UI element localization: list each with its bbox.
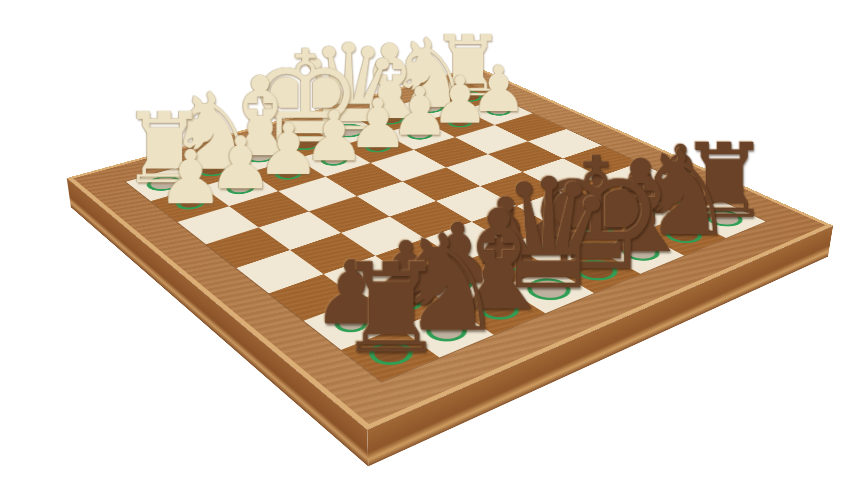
board-frame: ♜♞♝♚♛♝♞♜♟♟♟♟♟♟♟♟♟♟♟♟♟♟♟♟♜♞♝♛♚♝♞♜ — [67, 67, 833, 430]
chess-board: ♜♞♝♚♛♝♞♜♟♟♟♟♟♟♟♟♟♟♟♟♟♟♟♟♜♞♝♛♚♝♞♜ — [67, 67, 833, 430]
square-h2[interactable]: ♟ — [151, 186, 229, 222]
black-rook[interactable]: ♜ — [335, 248, 446, 371]
square-h8[interactable]: ♜ — [341, 328, 439, 382]
chess-set-photo: ♜♞♝♚♛♝♞♜♟♟♟♟♟♟♟♟♟♟♟♟♟♟♟♟♜♞♝♛♚♝♞♜ — [0, 0, 850, 480]
